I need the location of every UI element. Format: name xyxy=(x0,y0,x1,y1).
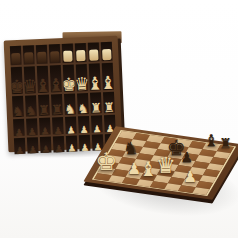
light-disc-piece xyxy=(102,49,111,60)
cabinet-slot-top-discs-8 xyxy=(101,42,113,61)
stored-dark-rook-icon: ♜ xyxy=(38,104,50,116)
stored-dark-pawn-icon: ♟ xyxy=(53,126,62,135)
cabinet-slot-top-discs-7 xyxy=(88,42,100,61)
stored-dark-queen-icon: ♛ xyxy=(24,77,36,94)
stored-light-rook-icon: ♜ xyxy=(103,101,115,113)
cabinet-slot-pawns-upper-1: ♟ xyxy=(13,119,25,136)
white-bishop-d2: ♝ xyxy=(139,160,157,180)
black-knight-b5: ♞ xyxy=(123,140,138,157)
stored-light-pawn-icon: ♟ xyxy=(66,125,75,134)
dark-disc-piece xyxy=(50,51,59,62)
cabinet-slot-minors-3: ♜ xyxy=(38,95,50,116)
stored-dark-pawn-icon: ♟ xyxy=(27,127,36,136)
stored-dark-knight-icon: ♞ xyxy=(12,105,24,117)
cabinet-slot-top-discs-4 xyxy=(49,44,61,63)
stored-dark-bishop-icon: ♝ xyxy=(37,76,49,93)
stored-dark-rook-icon: ♜ xyxy=(51,104,63,116)
cabinet-slot-minors-7: ♜ xyxy=(90,92,102,113)
cabinet-slot-top-discs-6 xyxy=(75,43,87,62)
stored-light-rook-icon: ♜ xyxy=(90,102,102,114)
stored-dark-knight-icon: ♞ xyxy=(25,105,37,117)
cabinet-slot-minors-5: ♞ xyxy=(64,93,76,114)
cabinet-slot-royals-5: ♚ xyxy=(63,65,75,92)
light-disc-piece xyxy=(63,51,72,62)
cabinet-slot-minors-6: ♞ xyxy=(77,93,89,114)
cabinet-slot-top-discs-1 xyxy=(10,46,22,65)
cabinet-slot-royals-4: ♝ xyxy=(50,65,62,92)
white-king-a2: ♚ xyxy=(95,150,117,174)
chess-board-zone: ♝♜♚♞♟♚♟♝♛♟ xyxy=(86,118,238,228)
cabinet-slot-minors-8: ♜ xyxy=(103,92,115,113)
chess-set-photo: ♚♛♝♝♚♛♝♝♞♞♜♜♞♞♜♜♟♟♟♟♟♟♟♟♟♟♟♟♟♟♟♟ ♝♜♚♞♟♚♟… xyxy=(0,0,238,238)
black-bishop-g8: ♝ xyxy=(204,133,218,149)
stored-light-bishop-icon: ♝ xyxy=(89,74,101,91)
stored-dark-pawn-icon: ♟ xyxy=(14,127,23,136)
cabinet-slot-top-discs-5 xyxy=(62,44,74,63)
cabinet-slot-minors-1: ♞ xyxy=(12,96,24,117)
dark-disc-piece xyxy=(11,53,20,64)
cabinet-slot-top-discs-3 xyxy=(36,45,48,64)
cabinet-slot-top-discs-2 xyxy=(23,45,35,64)
cabinet-slot-royals-6: ♛ xyxy=(76,64,88,91)
white-queen-e3: ♛ xyxy=(156,154,176,176)
cabinet-slot-pawns-upper-3: ♟ xyxy=(39,118,51,135)
stored-dark-bishop-icon: ♝ xyxy=(50,76,62,93)
square-h1 xyxy=(192,187,209,195)
cabinet-slot-royals-8: ♝ xyxy=(102,63,114,90)
dark-disc-piece xyxy=(24,52,33,63)
black-pawn-f5: ♟ xyxy=(181,151,193,165)
cabinet-slot-royals-1: ♚ xyxy=(11,67,23,94)
dark-disc-piece xyxy=(37,52,46,63)
cabinet-slot-pawns-upper-4: ♟ xyxy=(52,117,64,134)
white-pawn-g2: ♟ xyxy=(183,170,197,185)
cabinet-slot-pawns-upper-2: ♟ xyxy=(26,118,38,135)
cabinet-slot-pawns-upper-5: ♟ xyxy=(65,116,77,133)
light-disc-piece xyxy=(76,50,85,61)
light-disc-piece xyxy=(89,49,98,60)
stored-dark-pawn-icon: ♟ xyxy=(40,126,49,135)
stored-dark-king-icon: ♚ xyxy=(11,78,23,95)
black-rook-h8: ♜ xyxy=(219,137,231,151)
stored-light-king-icon: ♚ xyxy=(63,75,75,92)
stored-light-queen-icon: ♛ xyxy=(76,75,88,92)
cabinet-slot-royals-2: ♛ xyxy=(24,66,36,93)
cabinet-slot-royals-3: ♝ xyxy=(37,66,49,93)
stored-light-bishop-icon: ♝ xyxy=(102,74,114,91)
stored-light-knight-icon: ♞ xyxy=(77,103,89,115)
cabinet-slot-minors-4: ♜ xyxy=(51,94,63,115)
stored-light-knight-icon: ♞ xyxy=(64,103,76,115)
cabinet-slot-minors-2: ♞ xyxy=(25,95,37,116)
cabinet-slot-royals-7: ♝ xyxy=(89,63,101,90)
